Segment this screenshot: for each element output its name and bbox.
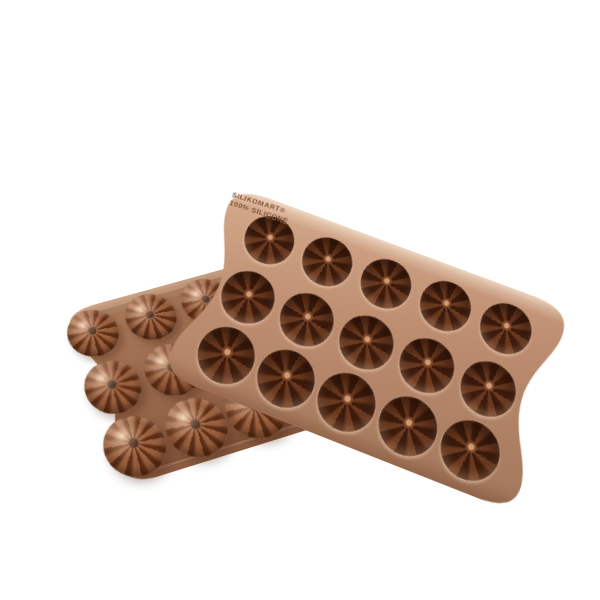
mold-cavity: [332, 307, 400, 377]
mold-cavity: [393, 330, 461, 401]
chocolate-piece: [61, 305, 126, 363]
product-photo: SILIKOMART® 100% SILICONE: [0, 0, 600, 600]
back-mold-wrapper: SILIKOMART® 100% SILICONE: [138, 176, 594, 525]
mold-cavity: [273, 285, 341, 354]
